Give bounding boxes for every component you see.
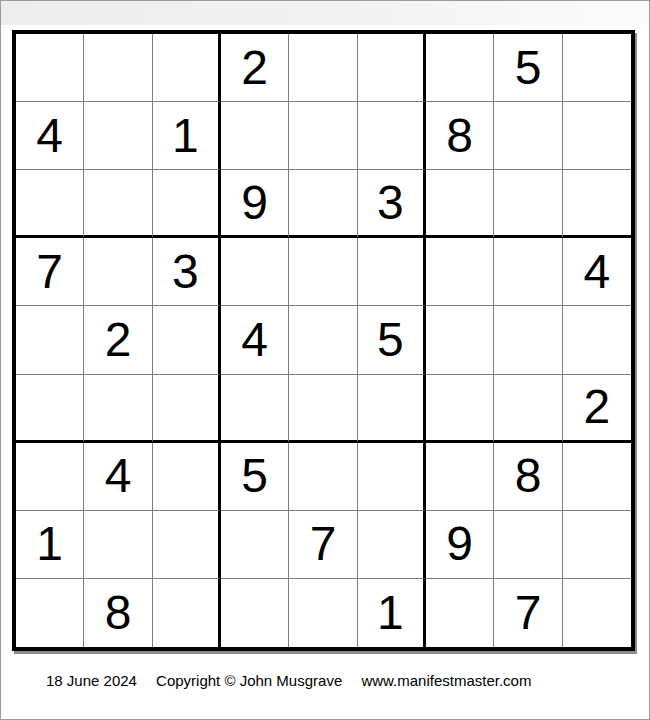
sudoku-cell[interactable] [221, 102, 289, 170]
sudoku-cell[interactable]: 1 [358, 579, 426, 647]
sudoku-cell[interactable]: 5 [494, 34, 562, 102]
sudoku-cell[interactable]: 2 [84, 306, 152, 374]
sudoku-cell[interactable] [563, 170, 631, 238]
sudoku-cell[interactable]: 9 [221, 170, 289, 238]
sudoku-cell[interactable] [16, 306, 84, 374]
sudoku-cell[interactable] [563, 306, 631, 374]
sudoku-cell[interactable] [563, 102, 631, 170]
sudoku-cell[interactable]: 5 [221, 443, 289, 511]
sudoku-cell[interactable]: 4 [221, 306, 289, 374]
sudoku-cell[interactable] [358, 102, 426, 170]
top-strip [1, 1, 649, 25]
sudoku-cell[interactable]: 2 [221, 34, 289, 102]
sudoku-cell[interactable]: 7 [289, 511, 357, 579]
sudoku-cell[interactable] [153, 306, 221, 374]
sudoku-cell[interactable]: 8 [494, 443, 562, 511]
sudoku-cell[interactable]: 3 [358, 170, 426, 238]
sudoku-cell[interactable]: 1 [16, 511, 84, 579]
sudoku-cell[interactable] [289, 443, 357, 511]
sudoku-cell[interactable] [153, 443, 221, 511]
sudoku-cell[interactable] [426, 34, 494, 102]
sudoku-cell[interactable]: 7 [16, 238, 84, 306]
sudoku-cell[interactable] [563, 579, 631, 647]
sudoku-cell[interactable]: 8 [84, 579, 152, 647]
sudoku-cell[interactable] [221, 238, 289, 306]
sudoku-cell[interactable]: 4 [16, 102, 84, 170]
sudoku-cell[interactable] [563, 443, 631, 511]
sudoku-cell[interactable] [426, 375, 494, 443]
sudoku-cell[interactable] [289, 34, 357, 102]
sudoku-cell[interactable] [426, 170, 494, 238]
sudoku-cell[interactable] [84, 170, 152, 238]
sudoku-cell[interactable] [426, 238, 494, 306]
sudoku-cell[interactable] [358, 34, 426, 102]
sudoku-cell[interactable] [84, 102, 152, 170]
sudoku-cell[interactable]: 8 [426, 102, 494, 170]
sudoku-cell[interactable] [289, 170, 357, 238]
sudoku-board: 25418937342452458179817 [12, 30, 635, 651]
sudoku-cell[interactable] [358, 511, 426, 579]
sudoku-cell[interactable] [494, 375, 562, 443]
sudoku-cell[interactable] [84, 511, 152, 579]
sudoku-cell[interactable]: 2 [563, 375, 631, 443]
sudoku-cell[interactable]: 9 [426, 511, 494, 579]
footer-copyright: Copyright © John Musgrave [156, 672, 342, 689]
sudoku-cell[interactable] [426, 579, 494, 647]
sudoku-cell[interactable] [494, 511, 562, 579]
sudoku-cell[interactable] [289, 375, 357, 443]
sudoku-cell[interactable] [221, 375, 289, 443]
sudoku-cell[interactable] [16, 170, 84, 238]
sudoku-cell[interactable] [153, 375, 221, 443]
sudoku-cell[interactable] [153, 579, 221, 647]
footer: 18 June 2024 Copyright © John Musgrave w… [46, 672, 531, 689]
sudoku-cell[interactable] [358, 238, 426, 306]
sudoku-cell[interactable] [358, 443, 426, 511]
sudoku-cell[interactable] [426, 306, 494, 374]
sudoku-cell[interactable] [16, 375, 84, 443]
sudoku-cell[interactable] [563, 34, 631, 102]
footer-date: 18 June 2024 [46, 672, 137, 689]
sudoku-cell[interactable] [16, 34, 84, 102]
sudoku-cell[interactable] [84, 238, 152, 306]
sudoku-cell[interactable] [289, 579, 357, 647]
sudoku-cell[interactable] [563, 511, 631, 579]
sudoku-cell[interactable] [289, 102, 357, 170]
sudoku-cell[interactable] [494, 306, 562, 374]
sudoku-cell[interactable] [153, 170, 221, 238]
sudoku-cell[interactable] [84, 34, 152, 102]
footer-website: www.manifestmaster.com [361, 672, 531, 689]
sudoku-cell[interactable] [494, 170, 562, 238]
sudoku-cell[interactable]: 3 [153, 238, 221, 306]
sudoku-cell[interactable] [289, 306, 357, 374]
sudoku-cell[interactable]: 1 [153, 102, 221, 170]
sudoku-cell[interactable]: 7 [494, 579, 562, 647]
sudoku-cell[interactable] [16, 579, 84, 647]
sudoku-cell[interactable] [358, 375, 426, 443]
sudoku-cell[interactable] [289, 238, 357, 306]
sudoku-cell[interactable] [84, 375, 152, 443]
sudoku-cell[interactable]: 5 [358, 306, 426, 374]
sudoku-cell[interactable] [494, 102, 562, 170]
sudoku-cell[interactable] [426, 443, 494, 511]
sudoku-cell[interactable] [221, 511, 289, 579]
puzzle-page: { "game": "sudoku", "position": "...2...… [0, 0, 650, 720]
sudoku-cell[interactable]: 4 [84, 443, 152, 511]
sudoku-cell[interactable] [153, 511, 221, 579]
sudoku-cell[interactable]: 4 [563, 238, 631, 306]
sudoku-cell[interactable] [153, 34, 221, 102]
sudoku-cell[interactable] [221, 579, 289, 647]
sudoku-cell[interactable] [494, 238, 562, 306]
sudoku-cell[interactable] [16, 443, 84, 511]
